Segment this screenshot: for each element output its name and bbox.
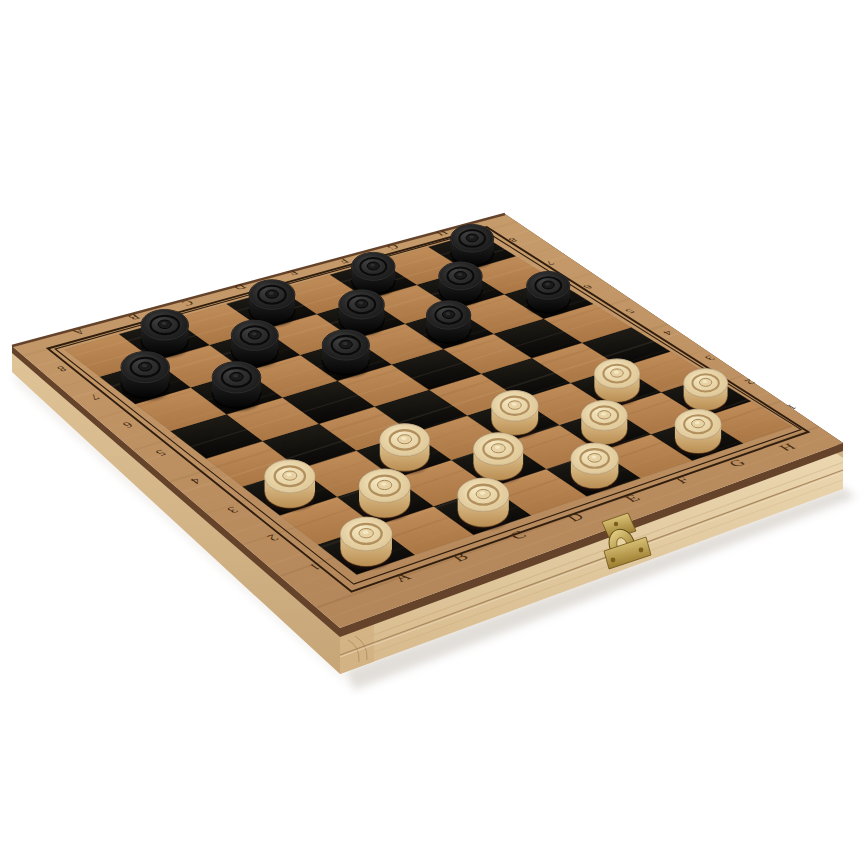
checker-light-e3[interactable] [491,390,538,438]
checker-dark-c7[interactable] [231,320,278,368]
piece-dimple-nub [703,380,708,383]
piece-dimple-nub [480,491,486,495]
checker-dark-h8[interactable] [451,225,494,268]
piece-dimple-nub [251,332,256,335]
piece-dimple-nub [446,312,451,315]
piece-dimple-nub [495,446,500,450]
piece-dimple-nub [695,421,700,424]
checker-light-b2[interactable] [359,469,410,521]
piece-dimple-nub [142,364,147,367]
product-photo-board: AABBCCDDEEFFGGHH1122334455667788 [0,0,866,866]
checker-light-e1[interactable] [571,443,619,491]
piece-dimple-nub [545,283,550,286]
piece-dimple-nub [233,374,238,377]
piece-dimple-nub [358,301,363,304]
piece-dimple-nub [381,482,387,486]
piece-dimple-nub [512,403,517,406]
checker-dark-h6[interactable] [527,272,570,316]
piece-dimple-nub [343,342,348,345]
checker-light-a3[interactable] [265,460,315,511]
piece-dimple-nub [591,455,596,458]
checker-dark-d6[interactable] [322,330,369,378]
checker-dark-b6[interactable] [212,362,261,411]
scene: AABBCCDDEEFFGGHH1122334455667788 [0,0,866,866]
piece-dimple-nub [457,273,462,276]
checker-light-g3[interactable] [594,359,639,405]
checker-light-c3[interactable] [380,424,430,474]
piece-dimple-nub [286,473,292,477]
piece-dimple-nub [401,436,406,440]
checker-dark-g7[interactable] [439,262,482,306]
checker-dark-f6[interactable] [427,301,471,346]
checker-dark-b8[interactable] [141,310,188,358]
checker-light-a1[interactable] [340,517,392,569]
checker-light-d2[interactable] [473,433,523,483]
checker-light-g1[interactable] [675,409,721,456]
piece-dimple-nub [601,412,606,415]
piece-dimple-nub [614,371,619,374]
checker-dark-d8[interactable] [249,280,295,327]
piece-dimple-nub [469,235,474,238]
piece-dimple-nub [363,530,369,534]
piece-dimple-nub [161,322,166,325]
piece-dimple-nub [269,292,274,295]
checker-light-c1[interactable] [458,478,509,530]
checker-dark-e7[interactable] [339,290,384,336]
checker-light-f2[interactable] [581,400,627,447]
piece-dimple-nub [370,264,375,267]
checker-light-h2[interactable] [684,369,728,414]
checker-dark-a7[interactable] [121,351,169,400]
